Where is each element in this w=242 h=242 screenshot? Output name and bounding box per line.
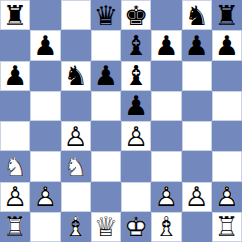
black-rook-glyph: ♜	[212, 0, 242, 30]
square-e1[interactable]: ♚♔	[121, 212, 151, 242]
black-bishop: ♝	[121, 30, 151, 60]
white-pawn: ♟♙	[30, 182, 60, 212]
white-rook-outline: ♖	[212, 212, 242, 242]
black-king: ♚	[121, 0, 151, 30]
square-c5[interactable]	[61, 91, 91, 121]
white-pawn-outline: ♙	[0, 182, 30, 212]
white-rook-glyph: ♜	[0, 212, 30, 242]
white-pawn: ♟♙	[0, 182, 30, 212]
black-bishop-glyph: ♝	[121, 61, 151, 91]
square-c7[interactable]	[61, 30, 91, 60]
square-h5[interactable]	[212, 91, 242, 121]
white-knight: ♞♘	[61, 151, 91, 181]
black-pawn-glyph: ♟	[0, 61, 30, 91]
white-pawn-outline: ♙	[182, 182, 212, 212]
square-g8[interactable]: ♞	[182, 0, 212, 30]
black-queen: ♛	[91, 0, 121, 30]
square-a1[interactable]: ♜♖	[0, 212, 30, 242]
square-g7[interactable]: ♟	[182, 30, 212, 60]
square-a4[interactable]	[0, 121, 30, 151]
white-pawn-glyph: ♟	[151, 182, 181, 212]
square-e2[interactable]	[121, 182, 151, 212]
square-g3[interactable]	[182, 151, 212, 181]
black-king-glyph: ♚	[121, 0, 151, 30]
square-d4[interactable]	[91, 121, 121, 151]
square-e4[interactable]: ♟♙	[121, 121, 151, 151]
black-pawn: ♟	[151, 30, 181, 60]
white-pawn-outline: ♙	[151, 182, 181, 212]
black-knight: ♞	[182, 0, 212, 30]
black-pawn-glyph: ♟	[212, 30, 242, 60]
black-bishop: ♝	[121, 61, 151, 91]
square-g4[interactable]	[182, 121, 212, 151]
square-e8[interactable]: ♚	[121, 0, 151, 30]
square-d1[interactable]: ♛♕	[91, 212, 121, 242]
square-h8[interactable]: ♜	[212, 0, 242, 30]
square-b5[interactable]	[30, 91, 60, 121]
square-a5[interactable]	[0, 91, 30, 121]
black-pawn: ♟	[91, 61, 121, 91]
square-h4[interactable]	[212, 121, 242, 151]
black-pawn: ♟	[212, 30, 242, 60]
square-f7[interactable]: ♟	[151, 30, 181, 60]
white-pawn-glyph: ♟	[212, 182, 242, 212]
white-knight-glyph: ♞	[0, 151, 30, 181]
square-f2[interactable]: ♟♙	[151, 182, 181, 212]
white-pawn: ♟♙	[212, 182, 242, 212]
square-e7[interactable]: ♝	[121, 30, 151, 60]
white-pawn: ♟♙	[61, 121, 91, 151]
white-rook-glyph: ♜	[212, 212, 242, 242]
square-f5[interactable]	[151, 91, 181, 121]
square-d7[interactable]	[91, 30, 121, 60]
square-g6[interactable]	[182, 61, 212, 91]
square-h3[interactable]	[212, 151, 242, 181]
square-d2[interactable]	[91, 182, 121, 212]
black-queen-glyph: ♛	[91, 0, 121, 30]
white-king: ♚♔	[121, 212, 151, 242]
square-b3[interactable]	[30, 151, 60, 181]
black-rook: ♜	[0, 0, 30, 30]
square-h7[interactable]: ♟	[212, 30, 242, 60]
black-rook-glyph: ♜	[0, 0, 30, 30]
white-pawn-glyph: ♟	[0, 182, 30, 212]
square-f1[interactable]: ♝♗	[151, 212, 181, 242]
white-pawn-outline: ♙	[121, 121, 151, 151]
black-pawn-glyph: ♟	[121, 91, 151, 121]
square-b2[interactable]: ♟♙	[30, 182, 60, 212]
square-c8[interactable]	[61, 0, 91, 30]
black-knight-glyph: ♞	[182, 0, 212, 30]
square-f3[interactable]	[151, 151, 181, 181]
white-bishop-glyph: ♝	[61, 212, 91, 242]
black-rook: ♜	[212, 0, 242, 30]
black-knight-glyph: ♞	[61, 61, 91, 91]
square-c4[interactable]: ♟♙	[61, 121, 91, 151]
square-h1[interactable]: ♜♖	[212, 212, 242, 242]
black-knight: ♞	[61, 61, 91, 91]
white-queen: ♛♕	[91, 212, 121, 242]
white-pawn-glyph: ♟	[121, 121, 151, 151]
square-b7[interactable]: ♟	[30, 30, 60, 60]
square-c1[interactable]: ♝♗	[61, 212, 91, 242]
square-d5[interactable]	[91, 91, 121, 121]
white-knight: ♞♘	[0, 151, 30, 181]
square-h6[interactable]	[212, 61, 242, 91]
white-rook: ♜♖	[212, 212, 242, 242]
white-bishop-outline: ♗	[151, 212, 181, 242]
white-pawn-glyph: ♟	[61, 121, 91, 151]
white-pawn-glyph: ♟	[182, 182, 212, 212]
square-d6[interactable]: ♟	[91, 61, 121, 91]
black-bishop-glyph: ♝	[121, 30, 151, 60]
square-f4[interactable]	[151, 121, 181, 151]
square-g1[interactable]	[182, 212, 212, 242]
square-a3[interactable]: ♞♘	[0, 151, 30, 181]
white-pawn-outline: ♙	[61, 121, 91, 151]
white-pawn-outline: ♙	[212, 182, 242, 212]
square-e5[interactable]: ♟	[121, 91, 151, 121]
black-pawn: ♟	[121, 91, 151, 121]
black-pawn: ♟	[182, 30, 212, 60]
black-pawn-glyph: ♟	[151, 30, 181, 60]
white-rook: ♜♖	[0, 212, 30, 242]
white-knight-glyph: ♞	[61, 151, 91, 181]
white-pawn: ♟♙	[182, 182, 212, 212]
white-bishop-glyph: ♝	[151, 212, 181, 242]
square-b8[interactable]	[30, 0, 60, 30]
white-bishop: ♝♗	[61, 212, 91, 242]
square-b6[interactable]	[30, 61, 60, 91]
square-a2[interactable]: ♟♙	[0, 182, 30, 212]
white-queen-outline: ♕	[91, 212, 121, 242]
square-a8[interactable]: ♜	[0, 0, 30, 30]
black-pawn-glyph: ♟	[182, 30, 212, 60]
square-d3[interactable]	[91, 151, 121, 181]
square-e6[interactable]: ♝	[121, 61, 151, 91]
white-pawn: ♟♙	[121, 121, 151, 151]
white-rook-outline: ♖	[0, 212, 30, 242]
white-knight-outline: ♘	[0, 151, 30, 181]
white-bishop-outline: ♗	[61, 212, 91, 242]
square-a7[interactable]	[0, 30, 30, 60]
square-c2[interactable]	[61, 182, 91, 212]
white-king-outline: ♔	[121, 212, 151, 242]
white-knight-outline: ♘	[61, 151, 91, 181]
square-b1[interactable]	[30, 212, 60, 242]
white-king-glyph: ♚	[121, 212, 151, 242]
square-h2[interactable]: ♟♙	[212, 182, 242, 212]
chess-board: ♜♛♚♞♜♟♝♟♟♟♟♞♟♝♟♟♙♟♙♞♘♞♘♟♙♟♙♟♙♟♙♟♙♜♖♝♗♛♕♚…	[0, 0, 242, 242]
square-a6[interactable]: ♟	[0, 61, 30, 91]
square-c3[interactable]: ♞♘	[61, 151, 91, 181]
white-queen-glyph: ♛	[91, 212, 121, 242]
square-e3[interactable]	[121, 151, 151, 181]
square-d8[interactable]: ♛	[91, 0, 121, 30]
white-pawn-outline: ♙	[30, 182, 60, 212]
white-bishop: ♝♗	[151, 212, 181, 242]
white-pawn: ♟♙	[151, 182, 181, 212]
white-pawn-glyph: ♟	[30, 182, 60, 212]
black-pawn-glyph: ♟	[30, 30, 60, 60]
black-pawn: ♟	[30, 30, 60, 60]
square-g2[interactable]: ♟♙	[182, 182, 212, 212]
black-pawn: ♟	[0, 61, 30, 91]
black-pawn-glyph: ♟	[91, 61, 121, 91]
square-f6[interactable]	[151, 61, 181, 91]
square-b4[interactable]	[30, 121, 60, 151]
square-f8[interactable]	[151, 0, 181, 30]
square-g5[interactable]	[182, 91, 212, 121]
square-c6[interactable]: ♞	[61, 61, 91, 91]
